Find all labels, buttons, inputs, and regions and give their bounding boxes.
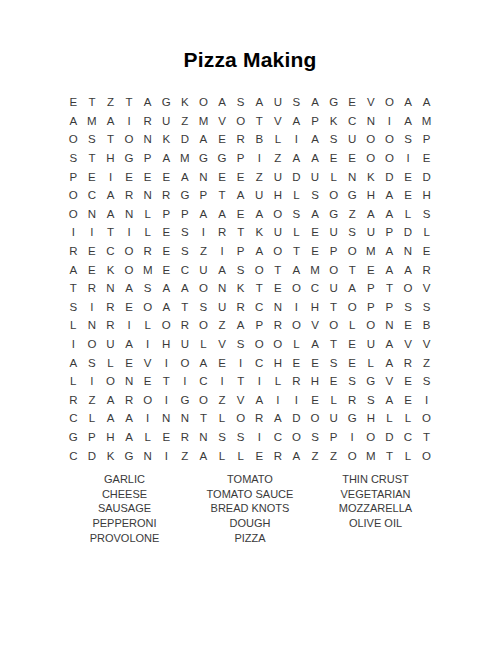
puzzle-page: Pizza Making ETZTAGKOASAUSAGEVOAAAMAIRUZ… bbox=[0, 0, 500, 647]
grid-cell: G bbox=[176, 186, 195, 205]
grid-cell: P bbox=[306, 112, 325, 131]
grid-cell: P bbox=[380, 298, 399, 317]
grid-cell: E bbox=[83, 167, 102, 186]
grid-cell: S bbox=[417, 205, 436, 224]
grid-cell: P bbox=[231, 242, 250, 261]
grid-cell: R bbox=[269, 316, 288, 335]
grid-cell: E bbox=[213, 167, 232, 186]
grid-cell: K bbox=[250, 223, 269, 242]
grid-cell: C bbox=[64, 446, 83, 465]
word-list-item: MOZZARELLA bbox=[313, 501, 438, 516]
grid-cell: H bbox=[101, 149, 120, 168]
grid-cell: P bbox=[138, 149, 157, 168]
grid-cell: E bbox=[306, 223, 325, 242]
grid-cell: Z bbox=[250, 167, 269, 186]
grid-cell: I bbox=[83, 223, 102, 242]
grid-cell: O bbox=[83, 335, 102, 354]
grid-cell: A bbox=[380, 391, 399, 410]
grid-cell: N bbox=[157, 409, 176, 428]
grid-cell: I bbox=[287, 298, 306, 317]
grid-cell: O bbox=[269, 242, 288, 261]
grid-cell: S bbox=[306, 428, 325, 447]
grid-cell: U bbox=[306, 167, 325, 186]
grid-cell: A bbox=[380, 335, 399, 354]
grid-cell: G bbox=[157, 93, 176, 112]
grid-cell: I bbox=[231, 353, 250, 372]
grid-cell: A bbox=[64, 260, 83, 279]
grid-cell: V bbox=[306, 316, 325, 335]
grid-cell: I bbox=[417, 391, 436, 410]
grid-cell: N bbox=[120, 205, 139, 224]
grid-cell: E bbox=[231, 167, 250, 186]
grid-cell: V bbox=[362, 93, 381, 112]
grid-cell: L bbox=[380, 409, 399, 428]
grid-cell: A bbox=[306, 130, 325, 149]
grid-cell: D bbox=[83, 446, 102, 465]
grid-cell: T bbox=[269, 260, 288, 279]
grid-cell: E bbox=[417, 242, 436, 261]
grid-cell: A bbox=[306, 93, 325, 112]
grid-cell: A bbox=[176, 167, 195, 186]
grid-cell: N bbox=[83, 205, 102, 224]
grid-cell: C bbox=[83, 186, 102, 205]
grid-cell: R bbox=[120, 186, 139, 205]
grid-cell: E bbox=[120, 298, 139, 317]
grid-cell: R bbox=[138, 242, 157, 261]
grid-cell: T bbox=[194, 409, 213, 428]
grid-cell: S bbox=[306, 186, 325, 205]
grid-cell: T bbox=[231, 223, 250, 242]
grid-cell: T bbox=[250, 112, 269, 131]
grid-cell: V bbox=[138, 353, 157, 372]
grid-cell: I bbox=[287, 130, 306, 149]
grid-cell: U bbox=[269, 167, 288, 186]
grid-cell: R bbox=[138, 112, 157, 131]
grid-cell: A bbox=[231, 316, 250, 335]
grid-cell: G bbox=[213, 149, 232, 168]
grid-cell: A bbox=[120, 335, 139, 354]
grid-cell: L bbox=[231, 446, 250, 465]
grid-cell: L bbox=[138, 223, 157, 242]
grid-cell: T bbox=[250, 279, 269, 298]
grid-cell: O bbox=[250, 260, 269, 279]
grid-cell: S bbox=[417, 372, 436, 391]
grid-cell: E bbox=[231, 205, 250, 224]
grid-cell: L bbox=[269, 372, 288, 391]
grid-cell: A bbox=[343, 279, 362, 298]
grid-cell: M bbox=[194, 112, 213, 131]
grid-cell: H bbox=[362, 409, 381, 428]
grid-cell: L bbox=[287, 186, 306, 205]
word-list-item: SAUSAGE bbox=[62, 501, 187, 516]
grid-cell: A bbox=[101, 409, 120, 428]
grid-cell: S bbox=[83, 353, 102, 372]
grid-cell: N bbox=[269, 298, 288, 317]
grid-cell: O bbox=[194, 279, 213, 298]
grid-cell: O bbox=[120, 260, 139, 279]
grid-cell: I bbox=[138, 335, 157, 354]
grid-cell: I bbox=[194, 223, 213, 242]
grid-cell: P bbox=[362, 298, 381, 317]
grid-cell: L bbox=[287, 223, 306, 242]
grid-cell: E bbox=[213, 130, 232, 149]
grid-cell: L bbox=[343, 316, 362, 335]
grid-cell: Z bbox=[306, 446, 325, 465]
grid-cell: E bbox=[324, 149, 343, 168]
grid-cell: K bbox=[362, 167, 381, 186]
grid-cell: E bbox=[269, 279, 288, 298]
grid-cell: U bbox=[250, 186, 269, 205]
grid-cell: U bbox=[269, 93, 288, 112]
grid-cell: E bbox=[306, 391, 325, 410]
grid-cell: E bbox=[157, 428, 176, 447]
grid-cell: A bbox=[250, 391, 269, 410]
grid-cell: O bbox=[194, 316, 213, 335]
grid-cell: O bbox=[64, 186, 83, 205]
grid-cell: E bbox=[157, 223, 176, 242]
grid-cell: N bbox=[343, 167, 362, 186]
grid-cell: E bbox=[287, 353, 306, 372]
grid-cell: O bbox=[176, 353, 195, 372]
grid-cell: O bbox=[324, 186, 343, 205]
grid-cell: O bbox=[269, 205, 288, 224]
grid-cell: I bbox=[138, 409, 157, 428]
grid-cell: L bbox=[269, 130, 288, 149]
grid-cell: R bbox=[101, 316, 120, 335]
grid-cell: V bbox=[417, 279, 436, 298]
grid-cell: S bbox=[231, 335, 250, 354]
grid-cell: I bbox=[64, 335, 83, 354]
grid-cell: B bbox=[417, 316, 436, 335]
grid-cell: G bbox=[194, 149, 213, 168]
grid-cell: S bbox=[231, 428, 250, 447]
grid-cell: I bbox=[250, 149, 269, 168]
grid-cell: L bbox=[64, 372, 83, 391]
grid-cell: I bbox=[157, 391, 176, 410]
grid-cell: C bbox=[250, 298, 269, 317]
grid-cell: I bbox=[287, 391, 306, 410]
grid-cell: T bbox=[83, 93, 102, 112]
grid-cell: O bbox=[194, 93, 213, 112]
grid-cell: R bbox=[83, 279, 102, 298]
grid-cell: I bbox=[399, 149, 418, 168]
grid-cell: A bbox=[399, 260, 418, 279]
grid-cell: A bbox=[306, 149, 325, 168]
grid-cell: A bbox=[213, 93, 232, 112]
grid-cell: D bbox=[399, 223, 418, 242]
grid-cell: O bbox=[120, 242, 139, 261]
grid-cell: C bbox=[194, 372, 213, 391]
grid-cell: M bbox=[83, 112, 102, 131]
grid-cell: I bbox=[343, 428, 362, 447]
grid-cell: E bbox=[138, 167, 157, 186]
word-list-item: TOMATO bbox=[188, 472, 313, 487]
word-list-item: DOUGH bbox=[188, 516, 313, 531]
grid-cell: S bbox=[64, 149, 83, 168]
word-list-item: PEPPERONI bbox=[62, 516, 187, 531]
grid-cell: T bbox=[343, 260, 362, 279]
grid-cell: P bbox=[380, 223, 399, 242]
grid-cell: K bbox=[101, 260, 120, 279]
grid-cell: S bbox=[83, 130, 102, 149]
grid-cell: E bbox=[157, 167, 176, 186]
grid-cell: A bbox=[250, 205, 269, 224]
grid-cell: S bbox=[176, 223, 195, 242]
grid-cell: A bbox=[101, 112, 120, 131]
grid-cell: U bbox=[343, 130, 362, 149]
grid-cell: E bbox=[343, 149, 362, 168]
grid-cell: O bbox=[343, 242, 362, 261]
grid-cell: T bbox=[324, 298, 343, 317]
grid-cell: U bbox=[213, 298, 232, 317]
grid-cell: C bbox=[306, 279, 325, 298]
grid-cell: A bbox=[120, 428, 139, 447]
grid-cell: O bbox=[231, 409, 250, 428]
grid-cell: A bbox=[380, 186, 399, 205]
grid-cell: V bbox=[213, 112, 232, 131]
word-list-item: THIN CRUST bbox=[313, 472, 438, 487]
grid-cell: O bbox=[138, 298, 157, 317]
grid-cell: M bbox=[417, 112, 436, 131]
word-list-item: VEGETARIAN bbox=[313, 487, 438, 502]
grid-cell: N bbox=[138, 186, 157, 205]
grid-cell: V bbox=[231, 391, 250, 410]
grid-cell: H bbox=[101, 428, 120, 447]
grid-cell: N bbox=[362, 112, 381, 131]
grid-cell: U bbox=[362, 223, 381, 242]
grid-cell: R bbox=[64, 242, 83, 261]
grid-cell: K bbox=[101, 446, 120, 465]
grid-cell: K bbox=[157, 130, 176, 149]
grid-cell: V bbox=[417, 335, 436, 354]
grid-cell: L bbox=[324, 391, 343, 410]
grid-cell: O bbox=[324, 260, 343, 279]
grid-cell: T bbox=[101, 223, 120, 242]
grid-cell: S bbox=[138, 279, 157, 298]
grid-cell: A bbox=[194, 205, 213, 224]
grid-cell: A bbox=[287, 446, 306, 465]
grid-cell: A bbox=[399, 93, 418, 112]
grid-cell: I bbox=[157, 446, 176, 465]
grid-cell: E bbox=[399, 391, 418, 410]
grid-cell: I bbox=[120, 223, 139, 242]
grid-cell: P bbox=[176, 205, 195, 224]
grid-cell: Z bbox=[176, 446, 195, 465]
grid-cell: G bbox=[324, 205, 343, 224]
grid-cell: G bbox=[343, 186, 362, 205]
grid-cell: R bbox=[250, 409, 269, 428]
grid-cell: N bbox=[194, 167, 213, 186]
grid-cell: L bbox=[213, 446, 232, 465]
grid-cell: I bbox=[120, 316, 139, 335]
grid-cell: Z bbox=[417, 353, 436, 372]
grid-cell: M bbox=[362, 446, 381, 465]
grid-cell: A bbox=[101, 205, 120, 224]
grid-cell: L bbox=[138, 316, 157, 335]
grid-cell: G bbox=[324, 93, 343, 112]
grid-cell: N bbox=[213, 279, 232, 298]
grid-cell: H bbox=[269, 353, 288, 372]
grid-cell: E bbox=[343, 93, 362, 112]
grid-cell: C bbox=[250, 353, 269, 372]
grid-cell: N bbox=[194, 428, 213, 447]
grid-cell: O bbox=[380, 93, 399, 112]
grid-cell: L bbox=[399, 446, 418, 465]
grid-cell: Z bbox=[343, 205, 362, 224]
grid-cell: S bbox=[362, 391, 381, 410]
grid-cell: A bbox=[306, 335, 325, 354]
grid-cell: C bbox=[269, 428, 288, 447]
grid-cell: U bbox=[269, 223, 288, 242]
grid-cell: A bbox=[380, 353, 399, 372]
grid-cell: A bbox=[380, 260, 399, 279]
grid-cell: T bbox=[324, 335, 343, 354]
grid-cell: R bbox=[231, 130, 250, 149]
grid-cell: E bbox=[306, 353, 325, 372]
grid-cell: P bbox=[83, 428, 102, 447]
grid-cell: B bbox=[250, 130, 269, 149]
word-list-column: GARLICCHEESESAUSAGEPEPPERONIPROVOLONE bbox=[62, 472, 187, 546]
grid-cell: G bbox=[120, 149, 139, 168]
grid-cell: E bbox=[120, 167, 139, 186]
grid-cell: U bbox=[324, 279, 343, 298]
grid-cell: O bbox=[362, 130, 381, 149]
grid-cell: E bbox=[83, 242, 102, 261]
grid-cell: U bbox=[157, 112, 176, 131]
grid-cell: C bbox=[343, 112, 362, 131]
grid-cell: A bbox=[157, 149, 176, 168]
grid-cell: E bbox=[138, 372, 157, 391]
grid-cell: E bbox=[250, 446, 269, 465]
grid-cell: E bbox=[399, 316, 418, 335]
grid-cell: P bbox=[157, 205, 176, 224]
grid-cell: I bbox=[120, 112, 139, 131]
grid-cell: A bbox=[194, 130, 213, 149]
grid-cell: A bbox=[101, 186, 120, 205]
grid-cell: R bbox=[120, 391, 139, 410]
grid-cell: T bbox=[120, 93, 139, 112]
grid-cell: E bbox=[399, 186, 418, 205]
grid-cell: A bbox=[213, 260, 232, 279]
grid-cell: S bbox=[343, 372, 362, 391]
grid-cell: R bbox=[417, 260, 436, 279]
grid-cell: R bbox=[287, 372, 306, 391]
grid-cell: A bbox=[120, 409, 139, 428]
word-list-item: PIZZA bbox=[188, 531, 313, 546]
grid-cell: L bbox=[399, 409, 418, 428]
grid-cell: H bbox=[157, 335, 176, 354]
grid-cell: L bbox=[362, 353, 381, 372]
grid-cell: Z bbox=[101, 93, 120, 112]
grid-cell: T bbox=[83, 149, 102, 168]
grid-cell: A bbox=[380, 205, 399, 224]
grid-cell: Z bbox=[194, 242, 213, 261]
grid-cell: I bbox=[176, 372, 195, 391]
grid-cell: L bbox=[138, 428, 157, 447]
grid-cell: R bbox=[213, 223, 232, 242]
grid-cell: P bbox=[194, 186, 213, 205]
grid-cell: A bbox=[250, 242, 269, 261]
grid-cell: T bbox=[417, 428, 436, 447]
grid-cell: U bbox=[176, 335, 195, 354]
grid-cell: L bbox=[138, 205, 157, 224]
grid-cell: S bbox=[287, 93, 306, 112]
grid-cell: Z bbox=[83, 391, 102, 410]
grid-cell: O bbox=[324, 316, 343, 335]
grid-cell: L bbox=[83, 409, 102, 428]
grid-cell: Z bbox=[213, 391, 232, 410]
grid-cell: S bbox=[399, 130, 418, 149]
grid-cell: N bbox=[380, 316, 399, 335]
grid-cell: S bbox=[231, 93, 250, 112]
grid-cell: A bbox=[64, 112, 83, 131]
grid-cell: O bbox=[231, 112, 250, 131]
grid-cell: K bbox=[231, 279, 250, 298]
word-list-item: PROVOLONE bbox=[62, 531, 187, 546]
grid-cell: I bbox=[213, 372, 232, 391]
grid-cell: A bbox=[287, 112, 306, 131]
grid-cell: A bbox=[287, 260, 306, 279]
grid-cell: L bbox=[64, 316, 83, 335]
grid-cell: A bbox=[194, 353, 213, 372]
grid-cell: I bbox=[64, 223, 83, 242]
grid-cell: T bbox=[157, 372, 176, 391]
grid-cell: D bbox=[380, 167, 399, 186]
grid-cell: S bbox=[417, 298, 436, 317]
grid-cell: T bbox=[287, 242, 306, 261]
grid-cell: P bbox=[324, 428, 343, 447]
grid-cell: S bbox=[194, 298, 213, 317]
grid-cell: U bbox=[194, 260, 213, 279]
grid-cell: P bbox=[362, 279, 381, 298]
grid-cell: V bbox=[269, 112, 288, 131]
grid-cell: S bbox=[324, 130, 343, 149]
grid-cell: G bbox=[343, 409, 362, 428]
grid-cell: O bbox=[417, 446, 436, 465]
grid-cell: O bbox=[64, 130, 83, 149]
grid-cell: O bbox=[380, 149, 399, 168]
grid-cell: A bbox=[157, 298, 176, 317]
grid-cell: A bbox=[138, 93, 157, 112]
grid-cell: P bbox=[64, 167, 83, 186]
grid-cell: A bbox=[269, 409, 288, 428]
grid-cell: E bbox=[83, 260, 102, 279]
grid-cell: G bbox=[64, 428, 83, 447]
grid-cell: I bbox=[250, 428, 269, 447]
grid-cell: D bbox=[287, 167, 306, 186]
grid-cell: H bbox=[306, 372, 325, 391]
grid-cell: O bbox=[250, 335, 269, 354]
grid-cell: R bbox=[269, 446, 288, 465]
grid-cell: L bbox=[324, 167, 343, 186]
grid-cell: L bbox=[417, 223, 436, 242]
grid-cell: C bbox=[101, 242, 120, 261]
grid-cell: O bbox=[362, 316, 381, 335]
grid-cell: R bbox=[157, 186, 176, 205]
grid-cell: L bbox=[194, 335, 213, 354]
word-list: GARLICCHEESESAUSAGEPEPPERONIPROVOLONETOM… bbox=[62, 472, 438, 546]
grid-cell: S bbox=[176, 242, 195, 261]
grid-cell: O bbox=[120, 130, 139, 149]
grid-cell: D bbox=[380, 428, 399, 447]
word-search-grid: ETZTAGKOASAUSAGEVOAAAMAIRUZMVOTVAPKCNIAM… bbox=[64, 93, 436, 465]
grid-cell: O bbox=[269, 335, 288, 354]
grid-cell: M bbox=[306, 260, 325, 279]
grid-cell: N bbox=[176, 409, 195, 428]
grid-cell: A bbox=[101, 391, 120, 410]
grid-cell: E bbox=[306, 242, 325, 261]
grid-cell: O bbox=[343, 446, 362, 465]
